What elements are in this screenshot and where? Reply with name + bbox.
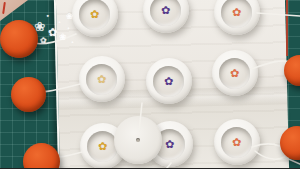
mat-marking-line [286,0,288,56]
paint-mark-gold: ✿ [90,9,99,20]
board-cell-r1c3: ✿ [204,0,276,45]
cap-interior: ✿ [153,66,184,97]
paint-mark-purple: ✿ [164,76,173,87]
cap-interior: ✿ [221,0,252,28]
red-pen-mark [2,2,6,14]
orange-cap-3 [23,143,60,169]
paint-mark-gold: ✿ [98,141,107,152]
board-cell-r2c1: ✿ [60,45,132,110]
white-cap: ✿ [214,119,260,165]
cap-interior: ✿ [150,0,181,26]
board-cell-r1c2: ✿ [132,0,204,45]
cap-interior: ✿ [86,64,117,95]
paint-mark-orange: ✿ [230,68,239,79]
dot-icon: • [46,13,50,19]
cap-interior: ✿ [219,58,250,89]
paint-mark-orange: ✿ [232,7,241,18]
white-cap: ✿ [72,0,118,37]
cap-interior: ✿ [79,0,110,30]
board-cell-r2c3: ✿ [204,45,276,110]
board-cell-r3c3: ✿ [204,110,276,168]
paint-mark-orange: ✿ [232,137,241,148]
paint-mark-purple: ✿ [161,5,170,16]
white-cap: ✿ [214,0,260,35]
white-cap: ✿ [146,58,192,104]
flower-icon: ✿ [40,37,47,45]
flipped-blank-cap [114,116,162,164]
board: ✿✿✿✿✿✿✿✿✿ [60,0,276,168]
photo-frame: ✿✿✿✿✿✿✿✿✿ ❀✿❀✾✿❀••••• [0,0,300,168]
paint-mark-purple: ✿ [165,139,174,150]
cap-interior: ✿ [221,127,252,158]
white-cap: ✿ [212,50,258,96]
orange-cap-2 [11,77,46,112]
orange-cap-1 [0,20,38,58]
paper-scrap-corner [0,0,28,21]
white-cap: ✿ [143,0,189,33]
board-cell-r1c1: ✿ [60,0,132,45]
board-cell-r2c2: ✿ [132,45,204,110]
white-cap: ✿ [79,56,125,102]
paint-mark-gold_pale: ✿ [97,74,106,85]
